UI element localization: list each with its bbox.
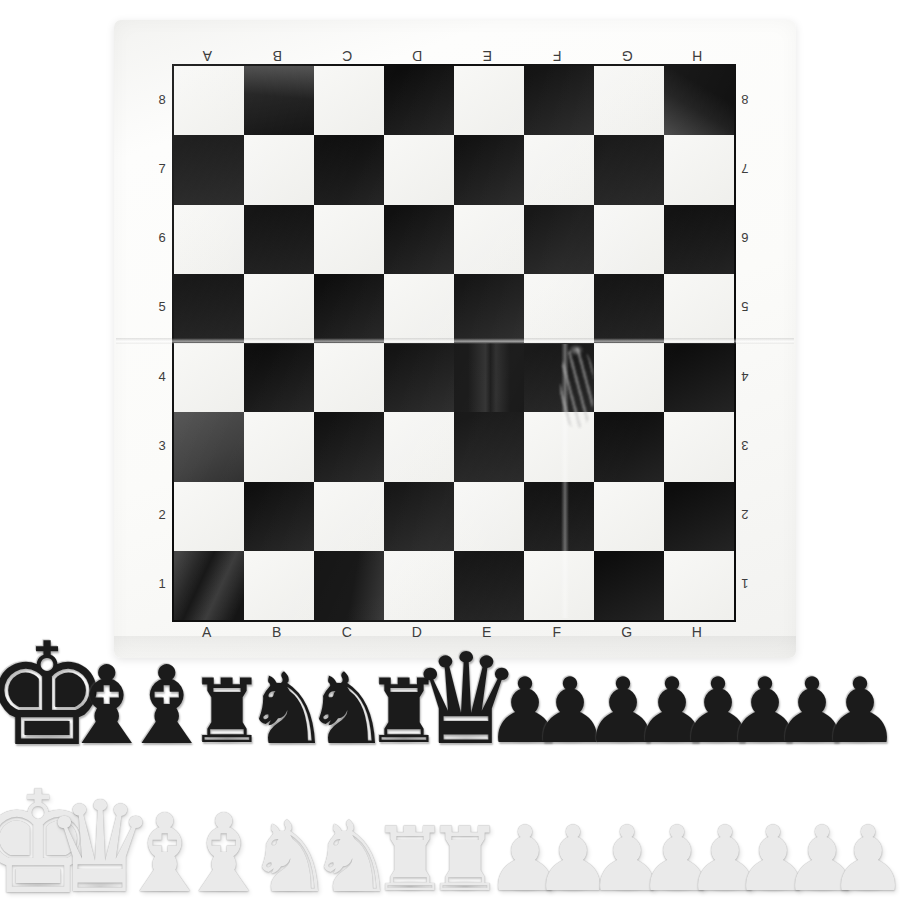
square-a1	[174, 551, 244, 620]
piece-shadow	[207, 732, 247, 745]
piece-shadow	[802, 880, 843, 893]
square-b2	[244, 482, 314, 551]
square-a5	[174, 274, 244, 343]
piece-shadow	[505, 880, 546, 893]
square-h3	[664, 412, 734, 481]
square-h4	[664, 343, 734, 412]
square-c5	[314, 274, 384, 343]
square-c6	[314, 205, 384, 274]
black-rook: ♜	[365, 668, 444, 756]
square-h1	[664, 551, 734, 620]
piece-shadow	[753, 880, 794, 893]
black-rook: ♜	[188, 668, 267, 756]
piece-shadow	[143, 732, 192, 745]
square-e7	[454, 135, 524, 204]
piece-shadow	[72, 880, 129, 893]
black-knight: ♞	[303, 660, 391, 758]
square-g4	[594, 343, 664, 412]
white-pawn: ♟	[782, 814, 863, 900]
square-d7	[384, 135, 454, 204]
square-e4	[454, 343, 524, 412]
square-g6	[594, 205, 664, 274]
piece-shadow	[603, 732, 644, 745]
square-d3	[384, 412, 454, 481]
square-e1	[454, 551, 524, 620]
square-a4	[174, 343, 244, 412]
black-pawn: ♟	[725, 666, 806, 756]
piece-shadow	[792, 732, 833, 745]
white-pawn: ♟	[533, 814, 614, 900]
piece-shadow	[553, 880, 594, 893]
piece-shadow	[745, 732, 786, 745]
square-h2	[664, 482, 734, 551]
square-b1	[244, 551, 314, 620]
square-d6	[384, 205, 454, 274]
square-a6	[174, 205, 244, 274]
black-pawn: ♟	[772, 666, 853, 756]
square-b3	[244, 412, 314, 481]
square-b7	[244, 135, 314, 204]
square-d1	[384, 551, 454, 620]
black-bishop: ♝	[59, 652, 156, 760]
piece-shadow	[200, 880, 249, 893]
square-b5	[244, 274, 314, 343]
piece-shadow	[848, 880, 889, 893]
square-a8	[174, 66, 244, 135]
square-d2	[384, 482, 454, 551]
square-e8	[454, 66, 524, 135]
square-g5	[594, 274, 664, 343]
white-rook: ♜	[371, 816, 450, 900]
square-e3	[454, 412, 524, 481]
piece-shadow	[505, 732, 546, 745]
square-c8	[314, 66, 384, 135]
white-pawn: ♟	[587, 814, 668, 900]
square-f6	[524, 205, 594, 274]
black-knight: ♞	[243, 660, 331, 758]
square-f7	[524, 135, 594, 204]
piece-shadow	[265, 732, 309, 745]
piece-shadow	[330, 880, 374, 893]
black-bishop: ♝	[119, 652, 216, 760]
black-pawn: ♟	[583, 666, 664, 756]
piece-shadow	[705, 880, 746, 893]
square-c1	[314, 551, 384, 620]
square-d4	[384, 343, 454, 412]
square-f1	[524, 551, 594, 620]
piece-shadow	[83, 732, 132, 745]
square-h5	[664, 274, 734, 343]
piece-shadow	[607, 880, 648, 893]
black-king: ♚	[0, 624, 111, 766]
black-pawn: ♟	[530, 666, 611, 756]
square-e2	[454, 482, 524, 551]
black-pawn: ♟	[678, 666, 759, 756]
square-e5	[454, 274, 524, 343]
piece-shadow	[15, 732, 79, 745]
piece-shadow	[390, 880, 430, 893]
square-d8	[384, 66, 454, 135]
square-b8	[244, 66, 314, 135]
square-f2	[524, 482, 594, 551]
square-c7	[314, 135, 384, 204]
square-h6	[664, 205, 734, 274]
chess-set-product-photo: AABBCCDDEEFFGGHH8877665544332211 ♚♝♝♜♞♞♜…	[0, 0, 900, 900]
square-g7	[594, 135, 664, 204]
square-e6	[454, 205, 524, 274]
piece-shadow	[550, 732, 591, 745]
square-c4	[314, 343, 384, 412]
white-knight: ♞	[308, 808, 396, 900]
piece-shadow	[384, 732, 424, 745]
white-rook: ♜	[426, 816, 505, 900]
square-c2	[314, 482, 384, 551]
white-bishop: ♝	[176, 800, 273, 900]
black-pawn: ♟	[820, 666, 900, 756]
piece-shadow	[268, 880, 312, 893]
fold-crease-horizontal	[116, 338, 794, 344]
piece-shadow	[652, 732, 693, 745]
piece-shadow	[445, 880, 485, 893]
square-h8	[664, 66, 734, 135]
white-bishop: ♝	[117, 800, 214, 900]
square-f5	[524, 274, 594, 343]
square-c3	[314, 412, 384, 481]
white-pawn: ♟	[733, 814, 814, 900]
white-pawn: ♟	[485, 814, 566, 900]
piece-shadow	[840, 732, 881, 745]
square-f8	[524, 66, 594, 135]
piece-shadow	[141, 880, 190, 893]
square-h7	[664, 135, 734, 204]
square-a7	[174, 135, 244, 204]
piece-shadow	[325, 732, 369, 745]
square-b4	[244, 343, 314, 412]
piece-shadow	[438, 732, 495, 745]
vinyl-wrinkle	[560, 348, 594, 428]
square-g1	[594, 551, 664, 620]
square-a3	[174, 412, 244, 481]
white-knight: ♞	[246, 808, 334, 900]
square-g2	[594, 482, 664, 551]
square-g8	[594, 66, 664, 135]
piece-shadow	[6, 880, 70, 893]
white-king: ♚	[0, 772, 102, 900]
square-g3	[594, 412, 664, 481]
black-pawn: ♟	[632, 666, 713, 756]
square-b6	[244, 205, 314, 274]
white-queen: ♛	[44, 785, 157, 900]
white-pawn: ♟	[685, 814, 766, 900]
white-pawn: ♟	[637, 814, 718, 900]
piece-shadow	[657, 880, 698, 893]
black-pawn: ♟	[485, 666, 566, 756]
square-a2	[174, 482, 244, 551]
square-d5	[384, 274, 454, 343]
white-pawn: ♟	[828, 814, 900, 900]
piece-shadow	[698, 732, 739, 745]
